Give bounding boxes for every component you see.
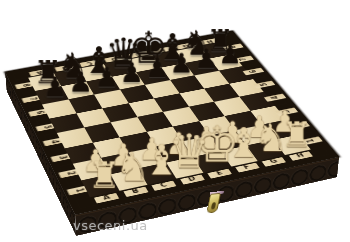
piece-black-pawn[interactable]: ♟ <box>69 69 94 96</box>
piece-black-pawn[interactable]: ♟ <box>145 55 169 82</box>
square-c6[interactable] <box>94 90 128 109</box>
clasp-body <box>206 193 221 213</box>
watermark-text: vseceni.ua <box>73 218 148 233</box>
coordinate-label: 5 <box>253 80 276 88</box>
piece-black-pawn[interactable]: ♟ <box>43 74 68 102</box>
perspective-container: ABCDEFGH8♜♞♝♛♚♝♞♜87♟♟♟♟♟♟♟♟7665544332♟♟♟… <box>0 0 350 242</box>
piece-black-pawn[interactable]: ♟ <box>120 60 144 87</box>
coordinate-label: 7 <box>21 95 44 103</box>
clasp-hole <box>210 202 216 209</box>
coordinate-label: 6 <box>28 108 51 117</box>
piece-white-rook[interactable]: ♜ <box>88 157 121 193</box>
brass-clasp <box>206 191 221 214</box>
coordinate-label: 6 <box>242 67 264 75</box>
coordinate-label: 4 <box>264 93 287 101</box>
chess-box: ABCDEFGH8♜♞♝♛♚♝♞♜87♟♟♟♟♟♟♟♟7665544332♟♟♟… <box>5 31 339 215</box>
piece-black-pawn[interactable]: ♟ <box>94 64 118 91</box>
piece-black-pawn[interactable]: ♟ <box>194 46 218 73</box>
piece-black-pawn[interactable]: ♟ <box>170 51 194 78</box>
photo-canvas: ABCDEFGH8♜♞♝♛♚♝♞♜87♟♟♟♟♟♟♟♟7665544332♟♟♟… <box>0 0 350 242</box>
